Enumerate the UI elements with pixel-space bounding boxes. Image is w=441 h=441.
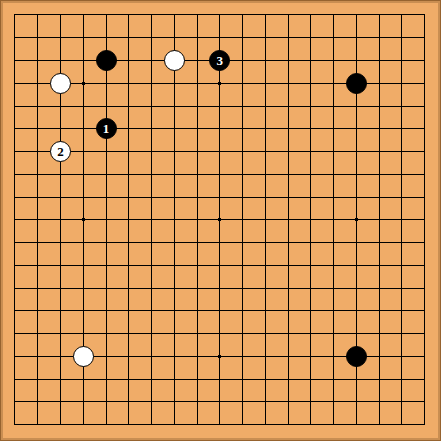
board-intersection[interactable]	[277, 163, 300, 186]
board-intersection[interactable]	[117, 163, 140, 186]
board-intersection[interactable]	[163, 231, 186, 254]
board-intersection[interactable]	[208, 26, 231, 49]
board-intersection[interactable]	[26, 322, 49, 345]
board-intersection[interactable]	[391, 413, 414, 436]
board-intersection[interactable]	[231, 208, 254, 231]
board-intersection[interactable]	[231, 117, 254, 140]
board-intersection[interactable]	[345, 368, 368, 391]
board-intersection[interactable]	[277, 117, 300, 140]
board-intersection[interactable]	[140, 186, 163, 209]
board-intersection[interactable]	[277, 254, 300, 277]
board-intersection[interactable]	[391, 231, 414, 254]
board-intersection[interactable]	[391, 4, 414, 27]
board-intersection[interactable]	[208, 163, 231, 186]
board-intersection[interactable]	[300, 26, 323, 49]
board-intersection[interactable]	[345, 140, 368, 163]
board-intersection[interactable]	[26, 254, 49, 277]
board-intersection[interactable]	[391, 208, 414, 231]
board-intersection[interactable]	[117, 72, 140, 95]
board-intersection[interactable]	[186, 140, 209, 163]
board-intersection[interactable]	[208, 322, 231, 345]
board-intersection[interactable]	[300, 186, 323, 209]
board-intersection[interactable]	[117, 95, 140, 118]
board-intersection[interactable]	[186, 277, 209, 300]
board-intersection[interactable]	[72, 277, 95, 300]
board-intersection[interactable]	[277, 186, 300, 209]
board-intersection[interactable]	[322, 391, 345, 414]
board-intersection[interactable]	[163, 26, 186, 49]
board-intersection[interactable]	[26, 277, 49, 300]
board-intersection[interactable]	[345, 95, 368, 118]
board-intersection[interactable]	[231, 322, 254, 345]
board-intersection[interactable]	[391, 26, 414, 49]
board-intersection[interactable]	[140, 4, 163, 27]
board-intersection[interactable]	[277, 4, 300, 27]
board-intersection[interactable]	[413, 277, 436, 300]
board-intersection[interactable]	[72, 163, 95, 186]
board-intersection[interactable]	[391, 117, 414, 140]
board-intersection[interactable]	[254, 322, 277, 345]
board-intersection[interactable]	[186, 231, 209, 254]
board-intersection[interactable]	[117, 186, 140, 209]
board-intersection[interactable]	[208, 254, 231, 277]
board-intersection[interactable]	[163, 208, 186, 231]
board-intersection[interactable]	[322, 72, 345, 95]
board-intersection[interactable]	[300, 413, 323, 436]
board-intersection[interactable]	[391, 322, 414, 345]
board-intersection[interactable]	[186, 72, 209, 95]
board-intersection[interactable]	[26, 140, 49, 163]
board-intersection[interactable]	[254, 140, 277, 163]
board-intersection[interactable]	[413, 95, 436, 118]
board-intersection[interactable]	[163, 4, 186, 27]
board-intersection[interactable]	[277, 49, 300, 72]
board-intersection[interactable]	[368, 72, 391, 95]
board-intersection[interactable]	[117, 49, 140, 72]
board-intersection[interactable]	[4, 163, 27, 186]
board-intersection[interactable]	[49, 322, 72, 345]
board-intersection[interactable]	[413, 163, 436, 186]
board-intersection[interactable]	[254, 231, 277, 254]
board-intersection[interactable]	[277, 231, 300, 254]
board-intersection[interactable]	[208, 413, 231, 436]
board-intersection[interactable]	[140, 163, 163, 186]
board-intersection[interactable]	[254, 368, 277, 391]
board-intersection[interactable]	[254, 49, 277, 72]
board-intersection[interactable]	[49, 300, 72, 323]
board-intersection[interactable]	[72, 117, 95, 140]
board-intersection[interactable]	[254, 95, 277, 118]
board-intersection[interactable]	[163, 186, 186, 209]
board-intersection[interactable]	[345, 26, 368, 49]
board-intersection[interactable]	[322, 208, 345, 231]
board-intersection[interactable]	[345, 345, 368, 368]
board-intersection[interactable]	[208, 368, 231, 391]
board-intersection[interactable]	[231, 231, 254, 254]
board-intersection[interactable]	[231, 277, 254, 300]
board-intersection[interactable]	[72, 49, 95, 72]
board-intersection[interactable]	[208, 345, 231, 368]
board-intersection[interactable]	[95, 254, 118, 277]
board-intersection[interactable]	[186, 300, 209, 323]
board-intersection[interactable]	[186, 186, 209, 209]
board-intersection[interactable]	[300, 300, 323, 323]
board-intersection[interactable]	[231, 391, 254, 414]
board-intersection[interactable]	[413, 49, 436, 72]
board-intersection[interactable]	[322, 186, 345, 209]
board-intersection[interactable]	[413, 368, 436, 391]
board-intersection[interactable]	[254, 208, 277, 231]
board-intersection[interactable]	[163, 117, 186, 140]
board-intersection[interactable]	[277, 72, 300, 95]
board-intersection[interactable]	[140, 413, 163, 436]
board-intersection[interactable]	[26, 26, 49, 49]
board-intersection[interactable]	[208, 4, 231, 27]
board-intersection[interactable]	[49, 208, 72, 231]
board-intersection[interactable]	[254, 413, 277, 436]
board-intersection[interactable]	[72, 186, 95, 209]
board-intersection[interactable]	[186, 413, 209, 436]
board-intersection[interactable]	[140, 254, 163, 277]
board-intersection[interactable]	[163, 300, 186, 323]
board-intersection[interactable]	[140, 117, 163, 140]
board-intersection[interactable]	[163, 345, 186, 368]
board-intersection[interactable]	[300, 95, 323, 118]
board-intersection[interactable]	[117, 26, 140, 49]
board-intersection[interactable]	[95, 208, 118, 231]
board-intersection[interactable]	[277, 26, 300, 49]
board-intersection[interactable]	[4, 49, 27, 72]
board-intersection[interactable]	[26, 72, 49, 95]
board-intersection[interactable]	[95, 300, 118, 323]
board-intersection[interactable]	[117, 208, 140, 231]
board-intersection[interactable]	[117, 117, 140, 140]
board-intersection[interactable]	[277, 391, 300, 414]
board-intersection[interactable]	[231, 4, 254, 27]
board-intersection[interactable]	[300, 277, 323, 300]
board-intersection[interactable]	[368, 186, 391, 209]
board-intersection[interactable]	[368, 277, 391, 300]
board-intersection[interactable]	[208, 391, 231, 414]
board-intersection[interactable]	[95, 4, 118, 27]
board-intersection[interactable]	[254, 72, 277, 95]
board-intersection[interactable]	[322, 300, 345, 323]
board-intersection[interactable]	[208, 117, 231, 140]
board-intersection[interactable]	[72, 208, 95, 231]
board-intersection[interactable]	[231, 95, 254, 118]
board-intersection[interactable]	[345, 117, 368, 140]
board-intersection[interactable]	[368, 300, 391, 323]
board-intersection[interactable]	[117, 391, 140, 414]
board-intersection[interactable]	[391, 254, 414, 277]
board-intersection[interactable]	[26, 163, 49, 186]
board-intersection[interactable]	[231, 345, 254, 368]
board-intersection[interactable]	[208, 186, 231, 209]
board-intersection[interactable]	[368, 208, 391, 231]
board-intersection[interactable]	[300, 208, 323, 231]
board-intersection[interactable]	[49, 95, 72, 118]
board-intersection[interactable]	[345, 277, 368, 300]
board-intersection[interactable]	[254, 186, 277, 209]
board-intersection[interactable]	[345, 231, 368, 254]
board-intersection[interactable]	[163, 72, 186, 95]
board-intersection[interactable]	[4, 117, 27, 140]
board-intersection[interactable]	[95, 368, 118, 391]
board-intersection[interactable]	[368, 368, 391, 391]
board-intersection[interactable]	[322, 26, 345, 49]
board-intersection[interactable]	[391, 277, 414, 300]
board-intersection[interactable]	[49, 345, 72, 368]
board-intersection[interactable]	[231, 300, 254, 323]
board-intersection[interactable]	[345, 391, 368, 414]
board-intersection[interactable]	[231, 163, 254, 186]
board-intersection[interactable]	[231, 26, 254, 49]
board-intersection[interactable]	[231, 140, 254, 163]
board-intersection[interactable]	[4, 368, 27, 391]
board-intersection[interactable]	[4, 300, 27, 323]
board-intersection[interactable]	[322, 4, 345, 27]
board-intersection[interactable]	[322, 345, 345, 368]
board-intersection[interactable]	[95, 95, 118, 118]
board-intersection[interactable]	[391, 95, 414, 118]
board-intersection[interactable]	[117, 4, 140, 27]
board-intersection[interactable]	[140, 368, 163, 391]
board-intersection[interactable]	[277, 322, 300, 345]
board-intersection[interactable]	[163, 254, 186, 277]
board-intersection[interactable]	[95, 49, 118, 72]
board-intersection[interactable]	[72, 231, 95, 254]
board-intersection[interactable]	[368, 322, 391, 345]
board-intersection[interactable]	[254, 345, 277, 368]
board-intersection[interactable]	[300, 163, 323, 186]
board-intersection[interactable]	[391, 49, 414, 72]
board-intersection[interactable]	[345, 72, 368, 95]
board-intersection[interactable]	[413, 140, 436, 163]
board-intersection[interactable]	[117, 254, 140, 277]
board-intersection[interactable]	[368, 49, 391, 72]
board-intersection[interactable]	[163, 368, 186, 391]
board-intersection[interactable]: 2	[49, 140, 72, 163]
board-intersection[interactable]	[413, 72, 436, 95]
board-intersection[interactable]	[345, 254, 368, 277]
board-intersection[interactable]	[140, 322, 163, 345]
board-intersection[interactable]	[413, 231, 436, 254]
board-intersection[interactable]	[26, 49, 49, 72]
board-intersection[interactable]	[163, 413, 186, 436]
board-intersection[interactable]	[391, 368, 414, 391]
board-intersection[interactable]	[72, 300, 95, 323]
board-intersection[interactable]	[26, 186, 49, 209]
board-intersection[interactable]	[322, 95, 345, 118]
board-intersection[interactable]	[254, 391, 277, 414]
board-intersection[interactable]	[300, 391, 323, 414]
board-intersection[interactable]	[300, 368, 323, 391]
board-intersection[interactable]	[345, 186, 368, 209]
board-intersection[interactable]	[277, 300, 300, 323]
board-intersection[interactable]	[72, 26, 95, 49]
board-intersection[interactable]	[345, 163, 368, 186]
board-intersection[interactable]	[117, 368, 140, 391]
board-intersection[interactable]	[140, 95, 163, 118]
board-intersection[interactable]	[95, 231, 118, 254]
board-intersection[interactable]	[117, 345, 140, 368]
board-intersection[interactable]	[140, 49, 163, 72]
board-intersection[interactable]	[300, 49, 323, 72]
board-intersection[interactable]	[140, 391, 163, 414]
board-intersection[interactable]	[413, 413, 436, 436]
board-intersection[interactable]	[368, 413, 391, 436]
board-intersection[interactable]	[300, 72, 323, 95]
board-intersection[interactable]	[95, 345, 118, 368]
board-intersection[interactable]	[140, 26, 163, 49]
board-intersection[interactable]	[300, 322, 323, 345]
board-intersection[interactable]	[117, 140, 140, 163]
board-intersection[interactable]	[391, 391, 414, 414]
board-intersection[interactable]	[49, 254, 72, 277]
board-intersection[interactable]	[300, 117, 323, 140]
board-intersection[interactable]	[254, 117, 277, 140]
board-intersection[interactable]	[413, 345, 436, 368]
board-intersection[interactable]	[300, 231, 323, 254]
board-intersection[interactable]	[117, 300, 140, 323]
board-intersection[interactable]	[254, 26, 277, 49]
board-intersection[interactable]	[163, 163, 186, 186]
board-intersection[interactable]	[186, 163, 209, 186]
board-intersection[interactable]	[95, 413, 118, 436]
board-intersection[interactable]	[391, 186, 414, 209]
board-intersection[interactable]	[413, 322, 436, 345]
board-intersection[interactable]	[186, 254, 209, 277]
board-intersection[interactable]	[26, 300, 49, 323]
board-intersection[interactable]	[117, 277, 140, 300]
board-intersection[interactable]	[391, 163, 414, 186]
board-intersection[interactable]	[4, 95, 27, 118]
board-intersection[interactable]	[208, 72, 231, 95]
board-intersection[interactable]	[49, 277, 72, 300]
board-intersection[interactable]	[231, 186, 254, 209]
board-intersection[interactable]	[72, 72, 95, 95]
board-intersection[interactable]	[413, 117, 436, 140]
board-intersection[interactable]	[49, 186, 72, 209]
board-intersection[interactable]	[277, 413, 300, 436]
board-intersection[interactable]	[231, 254, 254, 277]
board-intersection[interactable]	[4, 140, 27, 163]
board-intersection[interactable]	[4, 391, 27, 414]
board-intersection[interactable]	[345, 4, 368, 27]
board-intersection[interactable]	[140, 72, 163, 95]
board-intersection[interactable]	[368, 254, 391, 277]
board-intersection[interactable]	[300, 140, 323, 163]
board-intersection[interactable]	[254, 300, 277, 323]
board-intersection[interactable]	[208, 231, 231, 254]
board-intersection[interactable]	[163, 140, 186, 163]
board-intersection[interactable]	[49, 117, 72, 140]
board-intersection[interactable]	[95, 140, 118, 163]
board-intersection[interactable]	[49, 391, 72, 414]
board-intersection[interactable]	[413, 300, 436, 323]
board-intersection[interactable]	[345, 413, 368, 436]
board-intersection[interactable]	[254, 4, 277, 27]
board-intersection[interactable]	[95, 72, 118, 95]
board-intersection[interactable]	[95, 163, 118, 186]
board-intersection[interactable]	[49, 231, 72, 254]
board-intersection[interactable]	[391, 345, 414, 368]
board-intersection[interactable]	[49, 49, 72, 72]
board-intersection[interactable]	[72, 413, 95, 436]
board-intersection[interactable]	[186, 368, 209, 391]
board-intersection[interactable]	[72, 368, 95, 391]
board-intersection[interactable]	[208, 140, 231, 163]
board-intersection[interactable]: 3	[208, 49, 231, 72]
board-intersection[interactable]	[95, 322, 118, 345]
board-intersection[interactable]	[4, 4, 27, 27]
board-intersection[interactable]	[186, 95, 209, 118]
board-intersection[interactable]	[277, 345, 300, 368]
board-intersection[interactable]	[413, 26, 436, 49]
board-intersection[interactable]	[231, 368, 254, 391]
board-intersection[interactable]	[26, 345, 49, 368]
board-intersection[interactable]	[49, 413, 72, 436]
board-intersection[interactable]	[140, 345, 163, 368]
board-intersection[interactable]	[72, 254, 95, 277]
board-intersection[interactable]	[186, 26, 209, 49]
board-intersection[interactable]	[391, 140, 414, 163]
board-intersection[interactable]	[277, 140, 300, 163]
board-intersection[interactable]	[163, 391, 186, 414]
board-intersection[interactable]	[4, 413, 27, 436]
board-intersection[interactable]	[391, 72, 414, 95]
board-intersection[interactable]	[117, 322, 140, 345]
board-intersection[interactable]	[140, 300, 163, 323]
board-intersection[interactable]	[49, 163, 72, 186]
board-intersection[interactable]	[163, 95, 186, 118]
board-intersection[interactable]	[26, 368, 49, 391]
board-intersection[interactable]	[368, 345, 391, 368]
board-intersection[interactable]	[163, 322, 186, 345]
board-intersection[interactable]	[140, 140, 163, 163]
board-intersection[interactable]	[300, 345, 323, 368]
board-intersection[interactable]	[368, 231, 391, 254]
board-intersection[interactable]	[117, 231, 140, 254]
board-intersection[interactable]	[4, 345, 27, 368]
board-intersection[interactable]	[413, 391, 436, 414]
board-intersection[interactable]	[322, 163, 345, 186]
board-intersection[interactable]: 1	[95, 117, 118, 140]
board-intersection[interactable]	[368, 140, 391, 163]
board-intersection[interactable]	[254, 163, 277, 186]
board-intersection[interactable]	[72, 391, 95, 414]
board-intersection[interactable]	[95, 26, 118, 49]
board-intersection[interactable]	[95, 391, 118, 414]
board-intersection[interactable]	[163, 277, 186, 300]
board-intersection[interactable]	[413, 4, 436, 27]
board-intersection[interactable]	[4, 277, 27, 300]
board-intersection[interactable]	[186, 345, 209, 368]
board-intersection[interactable]	[72, 95, 95, 118]
board-intersection[interactable]	[277, 368, 300, 391]
board-intersection[interactable]	[345, 49, 368, 72]
board-intersection[interactable]	[322, 231, 345, 254]
board-intersection[interactable]	[186, 4, 209, 27]
board-intersection[interactable]	[254, 254, 277, 277]
board-intersection[interactable]	[26, 95, 49, 118]
board-intersection[interactable]	[49, 72, 72, 95]
board-intersection[interactable]	[72, 345, 95, 368]
board-intersection[interactable]	[4, 254, 27, 277]
board-intersection[interactable]	[49, 368, 72, 391]
board-intersection[interactable]	[4, 186, 27, 209]
board-intersection[interactable]	[231, 413, 254, 436]
